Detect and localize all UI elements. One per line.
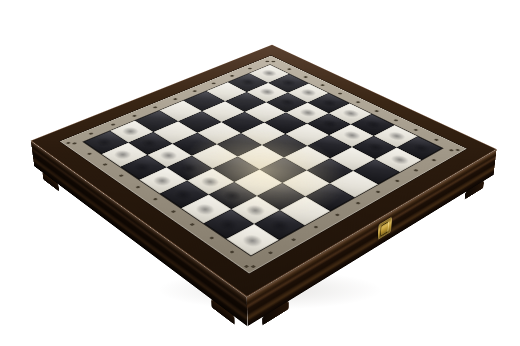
chess-set-photo: ♜♞♝♛♚♝♞♜♟♟♟♟♟♟♟♟♟♟♟♟♟♟♟♟♜♞♝♛♚♝♞♜ <box>0 0 520 346</box>
scene: ♜♞♝♛♚♝♞♜♟♟♟♟♟♟♟♟♟♟♟♟♟♟♟♟♜♞♝♛♚♝♞♜ <box>0 0 520 346</box>
black-pawn-icon: ♟ <box>385 128 415 162</box>
brass-latch <box>378 217 392 241</box>
case-foot <box>211 299 235 325</box>
case-foot <box>465 181 484 200</box>
case-top-wood-ring: ♜♞♝♛♚♝♞♜♟♟♟♟♟♟♟♟♟♟♟♟♟♟♟♟♜♞♝♛♚♝♞♜ <box>31 45 497 297</box>
case-foot <box>262 301 289 326</box>
chess-case: ♜♞♝♛♚♝♞♜♟♟♟♟♟♟♟♟♟♟♟♟♟♟♟♟♜♞♝♛♚♝♞♜ <box>31 45 497 297</box>
white-rook-icon: ♜ <box>231 196 274 244</box>
case-foot <box>42 172 59 192</box>
